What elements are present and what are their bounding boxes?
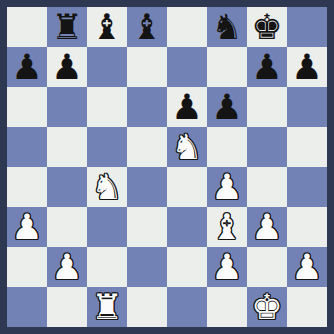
black-pawn-h7[interactable]: ♟	[291, 50, 322, 85]
square-h2[interactable]: ♟	[287, 247, 327, 287]
square-c4[interactable]: ♞	[87, 167, 127, 207]
square-b5[interactable]	[47, 127, 87, 167]
square-a2[interactable]	[7, 247, 47, 287]
square-g4[interactable]	[247, 167, 287, 207]
square-a1[interactable]	[7, 287, 47, 327]
black-pawn-b7[interactable]: ♟	[51, 50, 82, 85]
square-h3[interactable]	[287, 207, 327, 247]
square-h5[interactable]	[287, 127, 327, 167]
square-e8[interactable]	[167, 7, 207, 47]
square-a4[interactable]	[7, 167, 47, 207]
square-a6[interactable]	[7, 87, 47, 127]
square-e6[interactable]: ♟	[167, 87, 207, 127]
board-frame: ♜♝♝♞♚♟♟♟♟♟♟♞♞♟♟♝♟♟♟♟♜♚	[0, 0, 334, 334]
square-e4[interactable]	[167, 167, 207, 207]
square-b8[interactable]: ♜	[47, 7, 87, 47]
square-c8[interactable]: ♝	[87, 7, 127, 47]
square-b7[interactable]: ♟	[47, 47, 87, 87]
square-d2[interactable]	[127, 247, 167, 287]
square-d6[interactable]	[127, 87, 167, 127]
square-b3[interactable]	[47, 207, 87, 247]
square-f1[interactable]	[207, 287, 247, 327]
square-d4[interactable]	[127, 167, 167, 207]
square-a5[interactable]	[7, 127, 47, 167]
black-rook-b8[interactable]: ♜	[51, 10, 82, 45]
square-f7[interactable]	[207, 47, 247, 87]
square-b2[interactable]: ♟	[47, 247, 87, 287]
square-f3[interactable]: ♝	[207, 207, 247, 247]
white-pawn-f2[interactable]: ♟	[211, 250, 242, 285]
white-rook-c1[interactable]: ♜	[91, 290, 122, 325]
square-b6[interactable]	[47, 87, 87, 127]
square-g8[interactable]: ♚	[247, 7, 287, 47]
white-bishop-f3[interactable]: ♝	[211, 210, 242, 245]
white-knight-e5[interactable]: ♞	[171, 130, 202, 165]
square-c3[interactable]	[87, 207, 127, 247]
white-knight-c4[interactable]: ♞	[91, 170, 122, 205]
square-a3[interactable]: ♟	[7, 207, 47, 247]
square-f2[interactable]: ♟	[207, 247, 247, 287]
chess-board: ♜♝♝♞♚♟♟♟♟♟♟♞♞♟♟♝♟♟♟♟♜♚	[7, 7, 327, 327]
square-h4[interactable]	[287, 167, 327, 207]
white-pawn-f4[interactable]: ♟	[211, 170, 242, 205]
square-g6[interactable]	[247, 87, 287, 127]
square-b4[interactable]	[47, 167, 87, 207]
square-e2[interactable]	[167, 247, 207, 287]
black-bishop-c8[interactable]: ♝	[91, 10, 122, 45]
square-f8[interactable]: ♞	[207, 7, 247, 47]
square-h6[interactable]	[287, 87, 327, 127]
square-h7[interactable]: ♟	[287, 47, 327, 87]
square-g3[interactable]: ♟	[247, 207, 287, 247]
square-d8[interactable]: ♝	[127, 7, 167, 47]
white-pawn-g3[interactable]: ♟	[251, 210, 282, 245]
black-pawn-f6[interactable]: ♟	[211, 90, 242, 125]
square-d1[interactable]	[127, 287, 167, 327]
square-g2[interactable]	[247, 247, 287, 287]
black-bishop-d8[interactable]: ♝	[131, 10, 162, 45]
white-king-g1[interactable]: ♚	[251, 290, 282, 325]
square-c2[interactable]	[87, 247, 127, 287]
black-king-g8[interactable]: ♚	[251, 10, 282, 45]
square-c6[interactable]	[87, 87, 127, 127]
square-c5[interactable]	[87, 127, 127, 167]
black-knight-f8[interactable]: ♞	[211, 10, 242, 45]
square-d5[interactable]	[127, 127, 167, 167]
square-d3[interactable]	[127, 207, 167, 247]
black-pawn-g7[interactable]: ♟	[251, 50, 282, 85]
square-e1[interactable]	[167, 287, 207, 327]
square-e7[interactable]	[167, 47, 207, 87]
black-pawn-e6[interactable]: ♟	[171, 90, 202, 125]
square-g7[interactable]: ♟	[247, 47, 287, 87]
square-f6[interactable]: ♟	[207, 87, 247, 127]
square-b1[interactable]	[47, 287, 87, 327]
square-d7[interactable]	[127, 47, 167, 87]
square-f4[interactable]: ♟	[207, 167, 247, 207]
square-a7[interactable]: ♟	[7, 47, 47, 87]
square-f5[interactable]	[207, 127, 247, 167]
square-a8[interactable]	[7, 7, 47, 47]
square-c7[interactable]	[87, 47, 127, 87]
square-g5[interactable]	[247, 127, 287, 167]
square-h8[interactable]	[287, 7, 327, 47]
square-e3[interactable]	[167, 207, 207, 247]
square-e5[interactable]: ♞	[167, 127, 207, 167]
square-g1[interactable]: ♚	[247, 287, 287, 327]
white-pawn-a3[interactable]: ♟	[11, 210, 42, 245]
square-h1[interactable]	[287, 287, 327, 327]
black-pawn-a7[interactable]: ♟	[11, 50, 42, 85]
white-pawn-h2[interactable]: ♟	[291, 250, 322, 285]
white-pawn-b2[interactable]: ♟	[51, 250, 82, 285]
square-c1[interactable]: ♜	[87, 287, 127, 327]
